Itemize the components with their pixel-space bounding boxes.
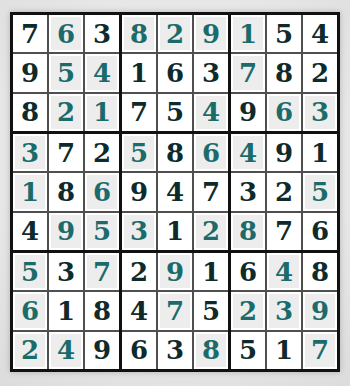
cell-r1c6[interactable]: 9 <box>194 15 228 52</box>
cell-r5c9[interactable]: 5 <box>303 173 337 210</box>
cell-r2c6[interactable]: 3 <box>194 54 228 91</box>
cell-r4c4[interactable]: 5 <box>122 134 156 171</box>
cell-r2c9[interactable]: 2 <box>303 54 337 91</box>
cell-r9c2[interactable]: 4 <box>49 332 83 369</box>
cell-r7c5[interactable]: 9 <box>158 253 192 290</box>
page-background: 7639548218291637541547829633721864955869… <box>0 0 350 386</box>
cell-r5c6[interactable]: 7 <box>194 173 228 210</box>
sudoku-box-3: 154782963 <box>231 15 337 131</box>
cell-r7c1[interactable]: 5 <box>13 253 47 290</box>
sudoku-box-2: 829163754 <box>122 15 228 131</box>
cell-r6c5[interactable]: 1 <box>158 213 192 250</box>
cell-r9c6[interactable]: 8 <box>194 332 228 369</box>
cell-r5c1[interactable]: 1 <box>13 173 47 210</box>
cell-r5c5[interactable]: 4 <box>158 173 192 210</box>
cell-r6c8[interactable]: 7 <box>267 213 301 250</box>
cell-r1c9[interactable]: 4 <box>303 15 337 52</box>
cell-r3c4[interactable]: 7 <box>122 94 156 131</box>
cell-r1c3[interactable]: 3 <box>85 15 119 52</box>
cell-r1c8[interactable]: 5 <box>267 15 301 52</box>
cell-r7c9[interactable]: 8 <box>303 253 337 290</box>
cell-r6c2[interactable]: 9 <box>49 213 83 250</box>
cell-r7c2[interactable]: 3 <box>49 253 83 290</box>
cell-r2c8[interactable]: 8 <box>267 54 301 91</box>
cell-r5c8[interactable]: 2 <box>267 173 301 210</box>
cell-r2c1[interactable]: 9 <box>13 54 47 91</box>
cell-r1c1[interactable]: 7 <box>13 15 47 52</box>
cell-r8c1[interactable]: 6 <box>13 292 47 329</box>
cell-r8c8[interactable]: 3 <box>267 292 301 329</box>
cell-r8c5[interactable]: 7 <box>158 292 192 329</box>
cell-r5c7[interactable]: 3 <box>231 173 265 210</box>
sudoku-box-6: 491325876 <box>231 134 337 250</box>
cell-r9c9[interactable]: 7 <box>303 332 337 369</box>
cell-r1c7[interactable]: 1 <box>231 15 265 52</box>
cell-r8c4[interactable]: 4 <box>122 292 156 329</box>
cell-r2c7[interactable]: 7 <box>231 54 265 91</box>
sudoku-box-1: 763954821 <box>13 15 119 131</box>
cell-r6c4[interactable]: 3 <box>122 213 156 250</box>
sudoku-box-5: 586947312 <box>122 134 228 250</box>
cell-r2c3[interactable]: 4 <box>85 54 119 91</box>
cell-r9c4[interactable]: 6 <box>122 332 156 369</box>
cell-r6c6[interactable]: 2 <box>194 213 228 250</box>
cell-r4c1[interactable]: 3 <box>13 134 47 171</box>
cell-r8c6[interactable]: 5 <box>194 292 228 329</box>
cell-r4c3[interactable]: 2 <box>85 134 119 171</box>
cell-r7c7[interactable]: 6 <box>231 253 265 290</box>
cell-r3c1[interactable]: 8 <box>13 94 47 131</box>
cell-r3c2[interactable]: 2 <box>49 94 83 131</box>
cell-r5c2[interactable]: 8 <box>49 173 83 210</box>
sudoku-box-9: 648239517 <box>231 253 337 369</box>
cell-r7c8[interactable]: 4 <box>267 253 301 290</box>
cell-r6c9[interactable]: 6 <box>303 213 337 250</box>
cell-r2c4[interactable]: 1 <box>122 54 156 91</box>
cell-r1c5[interactable]: 2 <box>158 15 192 52</box>
cell-r3c6[interactable]: 4 <box>194 94 228 131</box>
cell-r4c6[interactable]: 6 <box>194 134 228 171</box>
cell-r8c2[interactable]: 1 <box>49 292 83 329</box>
cell-r6c7[interactable]: 8 <box>231 213 265 250</box>
cell-r6c3[interactable]: 5 <box>85 213 119 250</box>
sudoku-board: 7639548218291637541547829633721864955869… <box>10 12 340 372</box>
cell-r8c3[interactable]: 8 <box>85 292 119 329</box>
cell-r8c7[interactable]: 2 <box>231 292 265 329</box>
cell-r9c1[interactable]: 2 <box>13 332 47 369</box>
cell-r7c3[interactable]: 7 <box>85 253 119 290</box>
sudoku-box-8: 291475638 <box>122 253 228 369</box>
cell-r3c5[interactable]: 5 <box>158 94 192 131</box>
cell-r2c5[interactable]: 6 <box>158 54 192 91</box>
cell-r4c7[interactable]: 4 <box>231 134 265 171</box>
cell-r5c4[interactable]: 9 <box>122 173 156 210</box>
cell-r3c7[interactable]: 9 <box>231 94 265 131</box>
cell-r4c2[interactable]: 7 <box>49 134 83 171</box>
cell-r9c7[interactable]: 5 <box>231 332 265 369</box>
cell-r4c9[interactable]: 1 <box>303 134 337 171</box>
cell-r9c5[interactable]: 3 <box>158 332 192 369</box>
cell-r7c4[interactable]: 2 <box>122 253 156 290</box>
sudoku-box-7: 537618249 <box>13 253 119 369</box>
cell-r3c8[interactable]: 6 <box>267 94 301 131</box>
cell-r3c9[interactable]: 3 <box>303 94 337 131</box>
cell-r2c2[interactable]: 5 <box>49 54 83 91</box>
cell-r1c4[interactable]: 8 <box>122 15 156 52</box>
cell-r7c6[interactable]: 1 <box>194 253 228 290</box>
cell-r9c3[interactable]: 9 <box>85 332 119 369</box>
sudoku-box-4: 372186495 <box>13 134 119 250</box>
cell-r6c1[interactable]: 4 <box>13 213 47 250</box>
cell-r5c3[interactable]: 6 <box>85 173 119 210</box>
cell-r1c2[interactable]: 6 <box>49 15 83 52</box>
cell-r4c5[interactable]: 8 <box>158 134 192 171</box>
cell-r4c8[interactable]: 9 <box>267 134 301 171</box>
cell-r9c8[interactable]: 1 <box>267 332 301 369</box>
cell-r8c9[interactable]: 9 <box>303 292 337 329</box>
cell-r3c3[interactable]: 1 <box>85 94 119 131</box>
